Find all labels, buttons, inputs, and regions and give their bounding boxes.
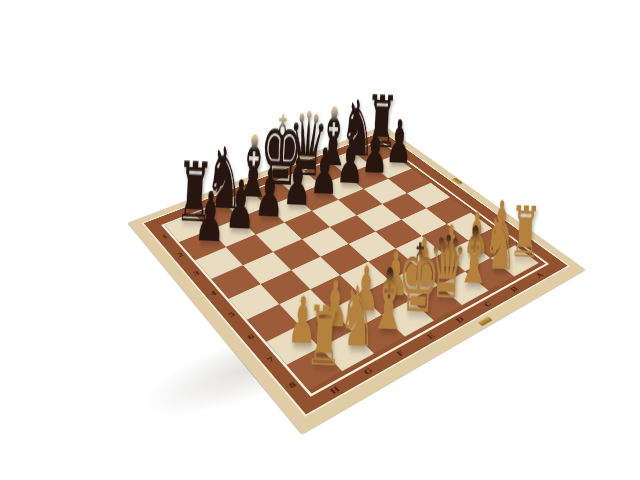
photo-stage: 12345678 HGFEDCBA ♜♞♝♚♛♝♞♜♟♟♟♟♟♟♟♟♟♟♟♟♟♟… [63, 37, 591, 443]
playing-area: ♜♞♝♚♛♝♞♜♟♟♟♟♟♟♟♟♟♟♟♟♟♟♟♟♜♞♝♚♛♝♞♜ [161, 140, 549, 397]
piece-dark-pawn: ♟ [282, 150, 313, 216]
brass-clasp-icon [478, 317, 493, 327]
chess-board: 12345678 HGFEDCBA ♜♞♝♚♛♝♞♜♟♟♟♟♟♟♟♟♟♟♟♟♟♟… [128, 126, 585, 434]
piece-dark-pawn: ♟ [193, 182, 226, 252]
board-frame: 12345678 HGFEDCBA ♜♞♝♚♛♝♞♜♟♟♟♟♟♟♟♟♟♟♟♟♟♟… [142, 131, 570, 417]
piece-light-rook: ♜ [304, 295, 344, 379]
piece-dark-pawn: ♟ [224, 171, 257, 239]
piece-dark-pawn: ♟ [254, 160, 286, 227]
perspective-scene: 12345678 HGFEDCBA ♜♞♝♚♛♝♞♜♟♟♟♟♟♟♟♟♟♟♟♟♟♟… [63, 37, 591, 443]
board-grid: ♜♞♝♚♛♝♞♜♟♟♟♟♟♟♟♟♟♟♟♟♟♟♟♟♜♞♝♚♛♝♞♜ [164, 141, 542, 390]
piece-dark-pawn: ♟ [309, 140, 340, 204]
